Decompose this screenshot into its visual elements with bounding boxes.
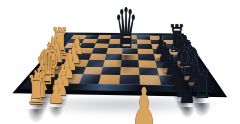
- board-square: [119, 75, 140, 85]
- board-square: [79, 74, 102, 84]
- board-square: [139, 75, 160, 85]
- board-square: [178, 76, 203, 86]
- photo-scene: ♛♜♞♝♚♛♝♞♜♟♟♟♟♟♟♟♟♟♟♟♟♟♟♟♜♞♝♚♝♞♜♟: [0, 0, 240, 124]
- board-square: [99, 75, 120, 85]
- board-table-shadow: [16, 98, 226, 116]
- chess-board: [12, 32, 227, 97]
- board-grid: [38, 35, 202, 86]
